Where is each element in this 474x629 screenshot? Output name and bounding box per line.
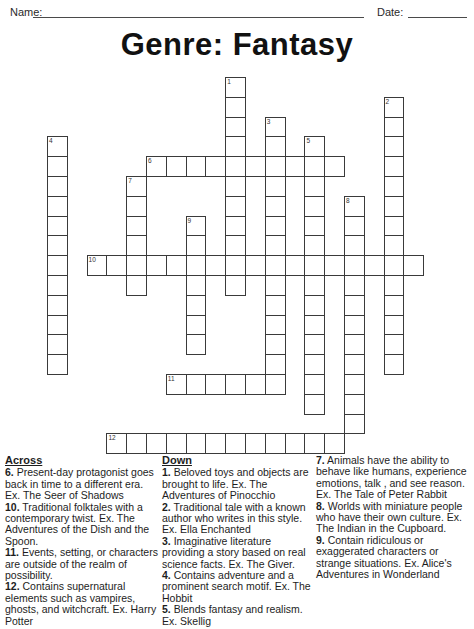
grid-cell[interactable]	[146, 433, 167, 454]
grid-cell[interactable]	[47, 196, 68, 217]
clue: 3. Imaginative literature providing a st…	[162, 536, 313, 570]
grid-cell[interactable]	[225, 117, 246, 138]
grid-cell[interactable]: 10	[87, 255, 108, 276]
clue-number: 7	[128, 177, 132, 184]
grid-cell[interactable]	[47, 275, 68, 296]
grid-cell[interactable]	[245, 156, 266, 177]
grid-cell[interactable]	[225, 156, 246, 177]
clue: 4. Contains adventure and a prominent se…	[162, 570, 313, 604]
clue-number: 6	[148, 157, 152, 164]
grid-cell[interactable]	[225, 176, 246, 197]
grid-cell[interactable]	[186, 255, 207, 276]
grid-cell[interactable]	[245, 374, 266, 395]
grid-cell[interactable]	[126, 255, 147, 276]
grid-cell[interactable]	[384, 354, 405, 375]
grid-cell[interactable]: 2	[384, 97, 405, 118]
down-clues-column-1: Down 1. Beloved toys and objects are bro…	[162, 455, 313, 627]
grid-cell[interactable]	[186, 235, 207, 256]
grid-cell[interactable]	[384, 176, 405, 197]
grid-cell[interactable]	[265, 176, 286, 197]
grid-cell[interactable]	[126, 235, 147, 256]
grid-cell[interactable]	[186, 156, 207, 177]
grid-cell[interactable]	[384, 196, 405, 217]
grid-cell[interactable]	[344, 354, 365, 375]
grid-cell[interactable]	[344, 216, 365, 237]
grid-cell[interactable]	[47, 235, 68, 256]
grid-cell[interactable]	[304, 156, 325, 177]
grid-cell[interactable]	[304, 216, 325, 237]
grid-cell[interactable]	[304, 176, 325, 197]
grid-cell[interactable]	[186, 334, 207, 355]
grid-cell[interactable]: 6	[146, 156, 167, 177]
grid-cell[interactable]	[245, 255, 266, 276]
grid-cell[interactable]	[344, 275, 365, 296]
grid-cell[interactable]	[265, 235, 286, 256]
grid-cell[interactable]	[225, 235, 246, 256]
grid-cell[interactable]	[47, 315, 68, 336]
grid-cell[interactable]	[344, 235, 365, 256]
grid-cell[interactable]	[265, 255, 286, 276]
grid-cell[interactable]	[225, 433, 246, 454]
name-blank-line[interactable]	[33, 16, 364, 18]
grid-cell[interactable]	[205, 374, 226, 395]
grid-cell[interactable]	[265, 136, 286, 157]
grid-cell[interactable]: 4	[47, 136, 68, 157]
grid-cell[interactable]	[384, 315, 405, 336]
clue-number: 8	[346, 197, 350, 204]
grid-cell[interactable]	[304, 295, 325, 316]
grid-cell[interactable]	[166, 255, 187, 276]
grid-cell[interactable]	[225, 374, 246, 395]
grid-cell[interactable]	[384, 295, 405, 316]
grid-cell[interactable]	[225, 136, 246, 157]
down-header: Down	[162, 455, 313, 466]
grid-cell[interactable]	[285, 255, 306, 276]
grid-cell[interactable]	[304, 374, 325, 395]
grid-cell[interactable]	[304, 334, 325, 355]
page-title: Genre: Fantasy	[0, 27, 474, 63]
grid-cell[interactable]	[324, 156, 345, 177]
grid-cell[interactable]	[384, 275, 405, 296]
worksheet-page: Name: Date: Genre: Fantasy 1234567891011…	[0, 0, 474, 629]
grid-cell[interactable]	[265, 196, 286, 217]
grid-cell[interactable]	[265, 156, 286, 177]
grid-cell[interactable]: 8	[344, 196, 365, 217]
grid-cell[interactable]	[265, 433, 286, 454]
grid-cell[interactable]	[285, 433, 306, 454]
grid-cell[interactable]: 3	[265, 117, 286, 138]
clue-number: 9	[188, 217, 192, 224]
grid-cell[interactable]	[186, 433, 207, 454]
down-clues-column-2: 7. Animals have the ability to behave li…	[316, 455, 472, 580]
grid-cell[interactable]	[166, 156, 187, 177]
clue: 12. Contains supernatural elements such …	[5, 581, 158, 627]
grid-cell[interactable]	[304, 255, 325, 276]
grid-cell[interactable]	[265, 216, 286, 237]
across-header: Across	[5, 455, 158, 466]
grid-cell[interactable]	[304, 196, 325, 217]
grid-cell[interactable]	[364, 255, 385, 276]
clue-number: 1	[227, 78, 231, 85]
grid-cell[interactable]	[225, 275, 246, 296]
clue: 10. Traditional folktales with a contemp…	[5, 502, 158, 548]
grid-cell[interactable]	[304, 433, 325, 454]
clue: 9. Contain ridiculous or exaggerated cha…	[316, 535, 472, 581]
grid-cell[interactable]	[146, 255, 167, 276]
grid-cell[interactable]	[324, 255, 345, 276]
grid-cell[interactable]	[47, 176, 68, 197]
clue-number: 12	[108, 434, 115, 441]
grid-cell[interactable]	[304, 354, 325, 375]
grid-cell[interactable]	[384, 255, 405, 276]
clue: 7. Animals have the ability to behave li…	[316, 455, 472, 501]
clue-number: 11	[168, 375, 175, 382]
clue-number: 4	[49, 137, 53, 144]
grid-cell[interactable]	[186, 315, 207, 336]
grid-cell[interactable]	[344, 374, 365, 395]
clue: 1. Beloved toys and objects are brought …	[162, 467, 313, 501]
across-clues-column: Across 6. Present-day protagonist goes b…	[5, 455, 158, 627]
grid-cell[interactable]	[205, 433, 226, 454]
grid-cell[interactable]	[265, 275, 286, 296]
grid-cell[interactable]: 9	[186, 216, 207, 237]
grid-cell[interactable]	[126, 433, 147, 454]
grid-cell[interactable]	[265, 295, 286, 316]
grid-cell[interactable]	[344, 255, 365, 276]
grid-cell[interactable]	[304, 275, 325, 296]
grid-cell[interactable]	[344, 315, 365, 336]
grid-cell[interactable]	[47, 354, 68, 375]
grid-cell[interactable]	[344, 334, 365, 355]
grid-cell[interactable]	[384, 334, 405, 355]
grid-cell[interactable]	[47, 216, 68, 237]
grid-cell[interactable]: 7	[126, 176, 147, 197]
date-blank-line[interactable]	[408, 16, 467, 18]
clue-number: 2	[386, 98, 390, 105]
grid-cell[interactable]	[403, 255, 424, 276]
clue: 5. Blends fantasy and realism. Ex. Skell…	[162, 604, 313, 627]
grid-cell[interactable]	[304, 315, 325, 336]
grid-cell[interactable]	[265, 334, 286, 355]
grid-cell[interactable]	[384, 136, 405, 157]
grid-cell[interactable]	[384, 117, 405, 138]
grid-cell[interactable]	[384, 235, 405, 256]
clue-number: 5	[306, 137, 310, 144]
grid-cell[interactable]	[344, 414, 365, 435]
grid-cell[interactable]	[304, 394, 325, 415]
grid-cell[interactable]	[205, 255, 226, 276]
grid-cell[interactable]	[304, 235, 325, 256]
grid-cell[interactable]: 1	[225, 77, 246, 98]
grid-cell[interactable]	[126, 275, 147, 296]
grid-cell[interactable]	[225, 216, 246, 237]
grid-cell[interactable]	[265, 374, 286, 395]
grid-cell[interactable]	[126, 216, 147, 237]
grid-cell[interactable]	[225, 255, 246, 276]
clue: 2. Traditional tale with a known author …	[162, 502, 313, 536]
grid-cell[interactable]	[47, 295, 68, 316]
grid-cell[interactable]	[225, 196, 246, 217]
grid-cell[interactable]	[285, 156, 306, 177]
grid-cell[interactable]	[47, 156, 68, 177]
crossword-grid: 123456789101112	[47, 77, 427, 457]
grid-cell[interactable]: 5	[304, 136, 325, 157]
date-label: Date:	[377, 6, 403, 18]
grid-cell[interactable]: 12	[106, 433, 127, 454]
grid-cell[interactable]	[225, 97, 246, 118]
grid-cell[interactable]	[186, 295, 207, 316]
clue-number: 10	[89, 256, 96, 263]
grid-cell[interactable]: 11	[166, 374, 187, 395]
clue-number: 3	[267, 118, 271, 125]
grid-cell[interactable]	[205, 156, 226, 177]
grid-cell[interactable]	[245, 433, 266, 454]
clue: 6. Present-day protagonist goes back in …	[5, 467, 158, 501]
grid-cell[interactable]	[384, 216, 405, 237]
clue: 11. Events, setting, or characters are o…	[5, 547, 158, 581]
grid-cell[interactable]	[324, 433, 345, 454]
clue: 8. Worlds with miniature people who have…	[316, 501, 472, 535]
grid-cell[interactable]	[265, 315, 286, 336]
grid-cell[interactable]	[384, 156, 405, 177]
grid-cell[interactable]	[186, 374, 207, 395]
grid-cell[interactable]	[166, 433, 187, 454]
grid-cell[interactable]	[344, 394, 365, 415]
grid-cell[interactable]	[126, 196, 147, 217]
grid-cell[interactable]	[265, 354, 286, 375]
grid-cell[interactable]	[47, 255, 68, 276]
grid-cell[interactable]	[47, 334, 68, 355]
grid-cell[interactable]	[186, 275, 207, 296]
grid-cell[interactable]	[344, 295, 365, 316]
grid-cell[interactable]	[106, 255, 127, 276]
